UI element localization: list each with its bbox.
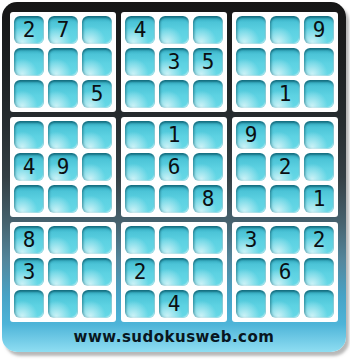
sudoku-box-3: 91 — [232, 12, 338, 112]
sudoku-board-card: 27543591491689218324326 www.sudokusweb.c… — [2, 2, 346, 352]
cell-r5c4[interactable] — [125, 153, 155, 181]
sudoku-box-2: 435 — [121, 12, 227, 112]
cell-r1c5[interactable] — [159, 16, 189, 44]
cell-r9c7[interactable] — [236, 290, 266, 318]
cell-r6c1[interactable] — [14, 185, 44, 213]
cell-r1c4[interactable]: 4 — [125, 16, 155, 44]
cell-r5c7[interactable] — [236, 153, 266, 181]
cell-r2c1[interactable] — [14, 48, 44, 76]
cell-r3c3[interactable]: 5 — [82, 80, 112, 108]
cell-r4c7[interactable]: 9 — [236, 121, 266, 149]
cell-r7c6[interactable] — [193, 226, 223, 254]
cell-r6c2[interactable] — [48, 185, 78, 213]
cell-r6c6[interactable]: 8 — [193, 185, 223, 213]
cell-r2c3[interactable] — [82, 48, 112, 76]
cell-r2c2[interactable] — [48, 48, 78, 76]
cell-r8c8[interactable]: 6 — [270, 258, 300, 286]
cell-r8c4[interactable]: 2 — [125, 258, 155, 286]
cell-r3c5[interactable] — [159, 80, 189, 108]
cell-r4c3[interactable] — [82, 121, 112, 149]
cell-r4c9[interactable] — [304, 121, 334, 149]
cell-r7c3[interactable] — [82, 226, 112, 254]
cell-r7c2[interactable] — [48, 226, 78, 254]
cell-r3c9[interactable] — [304, 80, 334, 108]
cell-r3c8[interactable]: 1 — [270, 80, 300, 108]
cell-r9c6[interactable] — [193, 290, 223, 318]
cell-r3c4[interactable] — [125, 80, 155, 108]
cell-r2c7[interactable] — [236, 48, 266, 76]
sudoku-box-7: 83 — [10, 222, 116, 322]
cell-r1c9[interactable]: 9 — [304, 16, 334, 44]
cell-r9c8[interactable] — [270, 290, 300, 318]
sudoku-box-4: 49 — [10, 117, 116, 217]
cell-r3c1[interactable] — [14, 80, 44, 108]
cell-r8c6[interactable] — [193, 258, 223, 286]
cell-r2c5[interactable]: 3 — [159, 48, 189, 76]
cell-r7c9[interactable]: 2 — [304, 226, 334, 254]
cell-r9c5[interactable]: 4 — [159, 290, 189, 318]
cell-r5c1[interactable]: 4 — [14, 153, 44, 181]
cell-r6c5[interactable] — [159, 185, 189, 213]
sudoku-box-8: 24 — [121, 222, 227, 322]
cell-r5c6[interactable] — [193, 153, 223, 181]
cell-r7c5[interactable] — [159, 226, 189, 254]
cell-r2c6[interactable]: 5 — [193, 48, 223, 76]
cell-r5c2[interactable]: 9 — [48, 153, 78, 181]
cell-r8c3[interactable] — [82, 258, 112, 286]
cell-r1c1[interactable]: 2 — [14, 16, 44, 44]
cell-r4c8[interactable] — [270, 121, 300, 149]
cell-r3c6[interactable] — [193, 80, 223, 108]
cell-r5c8[interactable]: 2 — [270, 153, 300, 181]
cell-r1c7[interactable] — [236, 16, 266, 44]
cell-r8c9[interactable] — [304, 258, 334, 286]
page: 27543591491689218324326 www.sudokusweb.c… — [0, 0, 350, 360]
cell-r8c1[interactable]: 3 — [14, 258, 44, 286]
cell-r7c4[interactable] — [125, 226, 155, 254]
cell-r6c3[interactable] — [82, 185, 112, 213]
cell-r9c2[interactable] — [48, 290, 78, 318]
sudoku-box-9: 326 — [232, 222, 338, 322]
cell-r7c7[interactable]: 3 — [236, 226, 266, 254]
sudoku-box-5: 168 — [121, 117, 227, 217]
cell-r8c7[interactable] — [236, 258, 266, 286]
cell-r6c7[interactable] — [236, 185, 266, 213]
cell-r4c6[interactable] — [193, 121, 223, 149]
cell-r5c3[interactable] — [82, 153, 112, 181]
cell-r7c1[interactable]: 8 — [14, 226, 44, 254]
footer-bar: www.sudokusweb.com — [10, 322, 338, 352]
cell-r1c6[interactable] — [193, 16, 223, 44]
cell-r2c8[interactable] — [270, 48, 300, 76]
cell-r6c4[interactable] — [125, 185, 155, 213]
cell-r9c1[interactable] — [14, 290, 44, 318]
site-url: www.sudokusweb.com — [74, 328, 275, 346]
cell-r2c4[interactable] — [125, 48, 155, 76]
cell-r2c9[interactable] — [304, 48, 334, 76]
cell-r4c2[interactable] — [48, 121, 78, 149]
cell-r5c5[interactable]: 6 — [159, 153, 189, 181]
cell-r6c8[interactable] — [270, 185, 300, 213]
cell-r3c2[interactable] — [48, 80, 78, 108]
cell-r4c4[interactable] — [125, 121, 155, 149]
cell-r4c1[interactable] — [14, 121, 44, 149]
sudoku-box-1: 275 — [10, 12, 116, 112]
cell-r8c5[interactable] — [159, 258, 189, 286]
cell-r9c3[interactable] — [82, 290, 112, 318]
sudoku-grid: 27543591491689218324326 — [10, 12, 338, 322]
sudoku-box-6: 921 — [232, 117, 338, 217]
cell-r6c9[interactable]: 1 — [304, 185, 334, 213]
cell-r3c7[interactable] — [236, 80, 266, 108]
cell-r9c4[interactable] — [125, 290, 155, 318]
cell-r9c9[interactable] — [304, 290, 334, 318]
cell-r1c2[interactable]: 7 — [48, 16, 78, 44]
cell-r7c8[interactable] — [270, 226, 300, 254]
cell-r5c9[interactable] — [304, 153, 334, 181]
cell-r1c3[interactable] — [82, 16, 112, 44]
cell-r8c2[interactable] — [48, 258, 78, 286]
cell-r1c8[interactable] — [270, 16, 300, 44]
cell-r4c5[interactable]: 1 — [159, 121, 189, 149]
